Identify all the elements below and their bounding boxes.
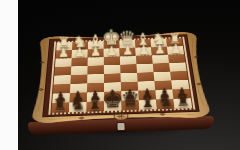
chess-board-grid: ♜♞♝♚♛♝♞♜♟♟♟♟♟♟♟♟♟♟♟♟♟♟♟♟♜♞♝♚♛♝♞♜ — [51, 38, 192, 113]
chess-box: ✳ ✳ ❖ ❖ ❖ ❖ ❖ ❖ ✦ ✦ ✦ ✦ ♜♞♝♚♛♝♞♜♟♟♟♟♟♟♟♟… — [19, 0, 217, 127]
board-square[interactable]: ♞ — [156, 99, 175, 109]
piece-white-pawn[interactable]: ♟ — [74, 45, 86, 58]
board-square[interactable]: ♛ — [121, 100, 139, 110]
board-square[interactable]: ♟ — [151, 47, 168, 56]
board-square[interactable]: ♝ — [139, 100, 157, 110]
right-lower-motif-icon: ❖ — [195, 81, 203, 86]
bottom-left-motif-icon: ❖ — [78, 115, 85, 120]
walnut-border: ♜♞♝♚♛♝♞♜♟♟♟♟♟♟♟♟♟♟♟♟♟♟♟♟♜♞♝♚♛♝♞♜ — [42, 34, 199, 117]
board-square[interactable]: ♟ — [135, 47, 152, 56]
board-square[interactable]: ♟ — [88, 49, 104, 58]
board-square[interactable]: ♟ — [72, 49, 88, 58]
piece-white-pawn[interactable]: ♟ — [138, 43, 150, 56]
left-upper-motif-icon: ❖ — [38, 60, 45, 64]
piece-white-pawn[interactable]: ♟ — [90, 45, 102, 58]
piece-black-knight[interactable]: ♞ — [157, 91, 173, 109]
piece-black-queen[interactable]: ♛ — [120, 88, 140, 110]
board-square[interactable]: ♟ — [120, 48, 136, 57]
board-square[interactable]: ♟ — [104, 48, 120, 57]
left-lower-motif-icon: ❖ — [37, 87, 44, 92]
board-square[interactable] — [169, 62, 187, 71]
piece-white-pawn[interactable]: ♟ — [58, 46, 70, 59]
board-square[interactable] — [154, 72, 172, 81]
board-square[interactable]: ♜ — [51, 103, 69, 113]
piece-black-knight[interactable]: ♞ — [69, 94, 85, 112]
board-square[interactable]: ♟ — [167, 46, 184, 55]
piece-black-rook[interactable]: ♜ — [53, 97, 68, 113]
board-square[interactable]: ♞ — [69, 102, 87, 112]
right-upper-motif-icon: ❖ — [193, 55, 200, 59]
piece-white-pawn[interactable]: ♟ — [154, 42, 166, 55]
board-square[interactable]: ♜ — [173, 98, 192, 108]
piece-white-pawn[interactable]: ♟ — [122, 43, 134, 56]
piece-white-pawn[interactable]: ♟ — [170, 42, 182, 55]
piece-black-bishop[interactable]: ♝ — [139, 91, 156, 110]
piece-white-pawn[interactable]: ♟ — [106, 44, 118, 57]
board-square[interactable] — [136, 64, 153, 73]
piece-black-rook[interactable]: ♜ — [176, 92, 191, 108]
board-square[interactable]: ♟ — [56, 50, 72, 59]
photo-scene: ✳ ✳ ❖ ❖ ❖ ❖ ❖ ❖ ✦ ✦ ✦ ✦ ♜♞♝♚♛♝♞♜♟♟♟♟♟♟♟♟… — [0, 0, 240, 150]
mosaic-inlay-border: ♜♞♝♚♛♝♞♜♟♟♟♟♟♟♟♟♟♟♟♟♟♟♟♟♜♞♝♚♛♝♞♜ — [48, 37, 195, 115]
chess-box-top: ✳ ✳ ❖ ❖ ❖ ❖ ❖ ❖ ✦ ✦ ✦ ✦ ♜♞♝♚♛♝♞♜♟♟♟♟♟♟♟♟… — [25, 29, 217, 127]
board-square[interactable]: ♚ — [104, 101, 122, 111]
